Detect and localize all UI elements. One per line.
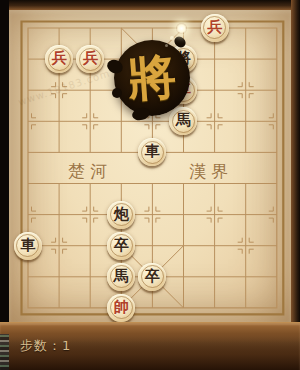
sparkle-trail-dot xyxy=(170,36,174,40)
check-badge-text: 將 xyxy=(111,37,192,118)
step-counter: 步数：1 xyxy=(20,337,71,355)
step-counter-value: 1 xyxy=(62,338,71,353)
piece-label: 車 xyxy=(138,137,166,166)
piece-label: 炮 xyxy=(107,200,135,229)
piece-label: 卒 xyxy=(138,262,166,291)
xiangqi-piece-卒[interactable]: 卒 xyxy=(107,232,135,260)
piece-label: 兵 xyxy=(76,44,104,73)
xiangqi-piece-車[interactable]: 車 xyxy=(138,138,166,166)
xiangqi-game-screen: 楚河 漢界 兵兵兵將車馬車炮車卒馬卒帥 將 www.18183.com 步数：1… xyxy=(0,0,300,370)
check-badge: 將 xyxy=(114,40,190,116)
piece-label: 車 xyxy=(14,231,42,260)
xiangqi-piece-帥[interactable]: 帥 xyxy=(107,294,135,322)
piece-label: 帥 xyxy=(107,293,135,322)
piece-label: 兵 xyxy=(45,44,73,73)
xiangqi-piece-炮[interactable]: 炮 xyxy=(107,201,135,229)
xiangqi-piece-卒[interactable]: 卒 xyxy=(138,263,166,291)
xiangqi-piece-兵[interactable]: 兵 xyxy=(201,14,229,42)
piece-label: 卒 xyxy=(107,231,135,260)
bottom-wood-bar: 步数：1 www.18183.com xyxy=(0,322,300,370)
xiangqi-piece-車[interactable]: 車 xyxy=(14,232,42,260)
xiangqi-piece-兵[interactable]: 兵 xyxy=(76,45,104,73)
piece-label: 兵 xyxy=(201,13,229,42)
piece-label: 馬 xyxy=(107,262,135,291)
step-counter-label: 步数： xyxy=(20,338,62,353)
xiangqi-piece-馬[interactable]: 馬 xyxy=(107,263,135,291)
video-artifact-block xyxy=(0,334,9,370)
move-sparkle-icon xyxy=(176,23,187,34)
xiangqi-piece-兵[interactable]: 兵 xyxy=(45,45,73,73)
sparkle-trail-dot xyxy=(165,44,168,47)
